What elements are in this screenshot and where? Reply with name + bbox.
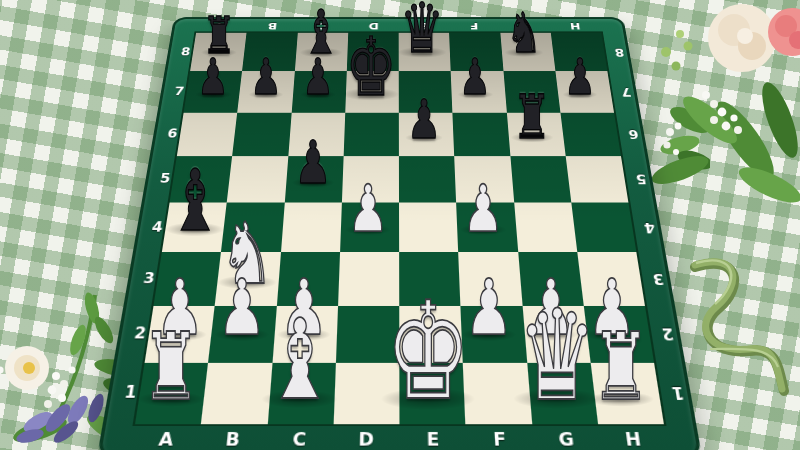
square-b5[interactable] (227, 156, 288, 203)
piece-white-rook-a1[interactable]: ♜ (142, 321, 201, 414)
file-label-bottom-f: F (466, 429, 534, 450)
file-label-bottom-d: D (332, 429, 399, 450)
rank-label-left-8: 8 (170, 46, 194, 58)
rank-label-right-1: 1 (657, 383, 689, 402)
square-b6[interactable] (232, 112, 291, 156)
piece-white-bishop-c1[interactable]: ♝ (265, 306, 335, 417)
square-b1[interactable] (201, 363, 272, 425)
rank-label-left-6: 6 (155, 127, 181, 141)
rank-label-right-8: 8 (603, 46, 627, 58)
piece-black-pawn-c5[interactable]: ♟ (294, 132, 331, 191)
file-label-bottom-e: E (399, 429, 466, 450)
piece-black-pawn-b7[interactable]: ♟ (250, 52, 282, 102)
square-g5[interactable] (510, 156, 571, 203)
square-h6[interactable] (560, 112, 621, 156)
rank-label-right-2: 2 (648, 325, 678, 343)
piece-black-king-d7[interactable]: ♚ (345, 26, 396, 107)
piece-black-knight-g8[interactable]: ♞ (506, 6, 541, 61)
file-label-top-f: F (449, 21, 500, 31)
rank-label-left-7: 7 (163, 85, 188, 98)
piece-white-king-e1[interactable]: ♚ (386, 285, 471, 420)
table-scene: ABCDEFGH 87654321 87654321 ABCDEFGH ♜♝♛♞… (0, 0, 800, 450)
rank-label-right-5: 5 (623, 172, 650, 187)
file-label-bottom-c: C (265, 429, 333, 450)
piece-black-pawn-a7[interactable]: ♟ (198, 52, 230, 102)
piece-black-queen-e8[interactable]: ♛ (401, 0, 444, 63)
piece-black-bishop-a4[interactable]: ♝ (168, 158, 222, 243)
square-h4[interactable] (571, 203, 636, 253)
file-label-top-h: H (549, 21, 601, 31)
file-label-bottom-b: B (198, 429, 267, 450)
square-d6[interactable] (343, 112, 399, 156)
square-g4[interactable] (514, 203, 577, 253)
rank-label-left-4: 4 (139, 219, 167, 235)
square-c4[interactable] (280, 203, 341, 253)
file-label-top-b: B (247, 21, 298, 31)
square-e5[interactable] (399, 156, 456, 203)
piece-black-pawn-e6[interactable]: ♟ (407, 92, 441, 146)
piece-white-rook-h1[interactable]: ♜ (592, 321, 651, 414)
piece-black-rook-g6[interactable]: ♜ (513, 86, 551, 147)
piece-black-pawn-h7[interactable]: ♟ (565, 52, 597, 102)
square-a6[interactable] (177, 112, 238, 156)
piece-white-pawn-f4[interactable]: ♟ (463, 175, 504, 240)
file-label-bottom-g: G (532, 429, 601, 450)
rank-label-left-1: 1 (110, 383, 142, 402)
piece-black-pawn-c7[interactable]: ♟ (302, 52, 334, 102)
piece-black-pawn-f7[interactable]: ♟ (460, 52, 492, 102)
rank-label-right-7: 7 (610, 85, 635, 98)
rank-label-right-6: 6 (616, 127, 642, 141)
piece-white-queen-g1[interactable]: ♛ (517, 293, 596, 419)
square-e4[interactable] (399, 203, 458, 253)
square-f6[interactable] (453, 112, 510, 156)
file-label-bottom-h: H (598, 429, 668, 450)
piece-white-pawn-b2[interactable]: ♟ (218, 269, 267, 346)
rank-label-right-4: 4 (631, 219, 659, 235)
rank-label-left-3: 3 (130, 270, 159, 287)
file-label-bottom-a: A (131, 429, 201, 450)
piece-white-pawn-d4[interactable]: ♟ (347, 175, 388, 240)
piece-white-pawn-f2[interactable]: ♟ (465, 269, 514, 346)
square-h5[interactable] (565, 156, 628, 203)
rank-label-right-3: 3 (639, 270, 668, 287)
